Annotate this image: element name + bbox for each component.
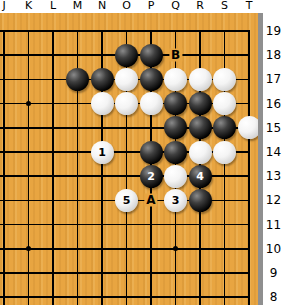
stone-black-Q14[interactable] (164, 141, 187, 164)
stone-black-Q16[interactable] (164, 92, 187, 115)
column-label-Q: Q (166, 0, 186, 13)
stone-black-Q15[interactable] (164, 116, 187, 139)
grid-line-col-K (28, 31, 30, 305)
stone-black-M17[interactable] (66, 68, 89, 91)
column-label-P: P (141, 0, 161, 13)
stone-white-R17[interactable] (189, 68, 212, 91)
stone-black-P18[interactable] (140, 44, 163, 67)
row-label-17: 17 (263, 72, 284, 86)
stone-white-S16[interactable] (213, 92, 236, 115)
column-label-S: S (215, 0, 235, 13)
row-label-14: 14 (263, 145, 284, 159)
stone-white-O17[interactable] (115, 68, 138, 91)
stone-black-P14[interactable] (140, 141, 163, 164)
row-label-13: 13 (263, 169, 284, 183)
column-label-L: L (43, 0, 63, 13)
stone-black-R13[interactable]: 4 (189, 165, 212, 188)
row-label-12: 12 (263, 193, 284, 207)
row-label-10: 10 (263, 242, 284, 256)
move-number-label: 5 (123, 195, 131, 206)
column-label-K: K (19, 0, 39, 13)
grid-line-col-L (52, 31, 54, 305)
stone-black-R15[interactable] (189, 116, 212, 139)
grid-line-col-J (3, 31, 5, 305)
column-label-J: J (0, 0, 14, 13)
row-label-11: 11 (263, 218, 284, 232)
goban[interactable]: 24153AB (0, 13, 258, 305)
stone-white-Q13[interactable] (164, 165, 187, 188)
column-label-N: N (92, 0, 112, 13)
row-label-16: 16 (263, 97, 284, 111)
stone-white-S14[interactable] (213, 141, 236, 164)
star-point-K16 (26, 101, 31, 106)
stone-black-P13[interactable]: 2 (140, 165, 163, 188)
stone-black-R12[interactable] (189, 189, 212, 212)
stone-white-Q12[interactable]: 3 (164, 189, 187, 212)
row-label-8: 8 (263, 290, 284, 304)
column-label-O: O (117, 0, 137, 13)
stone-white-R14[interactable] (189, 141, 212, 164)
move-number-label: 4 (196, 171, 204, 182)
point-label-A: A (144, 194, 157, 207)
stone-white-N14[interactable]: 1 (91, 141, 114, 164)
row-label-19: 19 (263, 24, 284, 38)
stone-white-O12[interactable]: 5 (115, 189, 138, 212)
move-number-label: 2 (147, 171, 155, 182)
star-point-Q10 (173, 246, 178, 251)
stone-white-O16[interactable] (115, 92, 138, 115)
stone-white-S17[interactable] (213, 68, 236, 91)
stone-black-R16[interactable] (189, 92, 212, 115)
row-label-18: 18 (263, 48, 284, 62)
go-board-diagram: 24153AB JKLMNOPQRST 19181716151413121110… (0, 0, 284, 305)
stone-black-P17[interactable] (140, 68, 163, 91)
stone-black-S15[interactable] (213, 116, 236, 139)
move-number-label: 1 (98, 147, 106, 158)
stone-black-N17[interactable] (91, 68, 114, 91)
grid-line-col-T (248, 31, 250, 305)
stone-white-Q17[interactable] (164, 68, 187, 91)
column-label-M: M (68, 0, 88, 13)
row-label-9: 9 (263, 266, 284, 280)
point-label-B: B (169, 49, 182, 62)
star-point-K10 (26, 246, 31, 251)
move-number-label: 3 (172, 195, 180, 206)
row-label-15: 15 (263, 121, 284, 135)
stone-black-O18[interactable] (115, 44, 138, 67)
stone-white-P16[interactable] (140, 92, 163, 115)
column-label-R: R (190, 0, 210, 13)
column-label-T: T (239, 0, 259, 13)
stone-white-N16[interactable] (91, 92, 114, 115)
